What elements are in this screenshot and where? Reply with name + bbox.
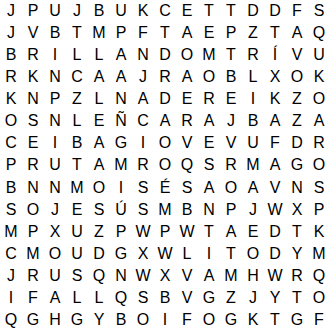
grid-cell[interactable]: J (0, 22, 22, 44)
grid-cell[interactable]: R (220, 154, 242, 176)
grid-cell[interactable]: O (308, 88, 330, 110)
grid-cell[interactable]: A (308, 110, 330, 132)
grid-cell[interactable]: Í (264, 44, 286, 66)
grid-cell[interactable]: B (0, 177, 22, 199)
grid-cell[interactable]: N (44, 66, 66, 88)
grid-cell[interactable]: F (176, 309, 198, 331)
grid-cell[interactable]: A (44, 287, 66, 309)
grid-cell[interactable]: T (264, 22, 286, 44)
grid-cell[interactable]: S (88, 199, 110, 221)
grid-cell[interactable]: V (264, 177, 286, 199)
grid-cell[interactable]: F (132, 22, 154, 44)
grid-cell[interactable]: I (0, 287, 22, 309)
grid-cell[interactable]: C (154, 0, 176, 22)
grid-cell[interactable]: I (44, 132, 66, 154)
grid-cell[interactable]: K (264, 88, 286, 110)
grid-cell[interactable]: J (242, 199, 264, 221)
grid-cell[interactable]: V (176, 132, 198, 154)
grid-cell[interactable]: B (66, 132, 88, 154)
grid-cell[interactable]: B (44, 22, 66, 44)
grid-cell[interactable]: E (220, 88, 242, 110)
grid-cell[interactable]: O (242, 243, 264, 265)
grid-cell[interactable]: Z (88, 221, 110, 243)
grid-cell[interactable]: O (220, 177, 242, 199)
grid-cell[interactable]: N (44, 177, 66, 199)
grid-cell[interactable]: L (176, 243, 198, 265)
grid-cell[interactable]: U (44, 154, 66, 176)
grid-cell[interactable]: G (286, 309, 308, 331)
grid-cell[interactable]: N (22, 177, 44, 199)
grid-cell[interactable]: D (286, 132, 308, 154)
grid-cell[interactable]: N (286, 177, 308, 199)
grid-cell[interactable]: A (242, 177, 264, 199)
grid-cell[interactable]: A (264, 154, 286, 176)
grid-cell[interactable]: O (176, 44, 198, 66)
grid-cell[interactable]: Q (88, 265, 110, 287)
grid-cell[interactable]: A (198, 265, 220, 287)
grid-cell[interactable]: B (88, 0, 110, 22)
grid-cell[interactable]: J (66, 0, 88, 22)
grid-cell[interactable]: B (154, 287, 176, 309)
grid-cell[interactable]: Q (308, 22, 330, 44)
grid-cell[interactable]: Z (286, 88, 308, 110)
grid-cell[interactable]: Z (220, 287, 242, 309)
grid-cell[interactable]: A (198, 110, 220, 132)
grid-cell[interactable]: D (264, 221, 286, 243)
grid-cell[interactable]: Q (0, 309, 22, 331)
grid-cell[interactable]: O (308, 287, 330, 309)
grid-cell[interactable]: P (110, 22, 132, 44)
grid-cell[interactable]: A (176, 66, 198, 88)
grid-cell[interactable]: M (22, 243, 44, 265)
grid-cell[interactable]: B (176, 199, 198, 221)
grid-cell[interactable]: Ñ (110, 110, 132, 132)
grid-cell[interactable]: Y (88, 309, 110, 331)
grid-cell[interactable]: P (308, 199, 330, 221)
grid-cell[interactable]: N (44, 110, 66, 132)
grid-cell[interactable]: D (154, 44, 176, 66)
grid-cell[interactable]: J (0, 265, 22, 287)
grid-cell[interactable]: W (154, 243, 176, 265)
grid-cell[interactable]: U (110, 0, 132, 22)
grid-cell[interactable]: D (154, 88, 176, 110)
grid-cell[interactable]: Q (110, 287, 132, 309)
grid-cell[interactable]: R (154, 66, 176, 88)
grid-cell[interactable]: A (198, 177, 220, 199)
grid-cell[interactable]: V (22, 22, 44, 44)
grid-cell[interactable]: R (176, 110, 198, 132)
grid-cell[interactable]: U (66, 243, 88, 265)
grid-cell[interactable]: T (66, 22, 88, 44)
grid-cell[interactable]: A (286, 22, 308, 44)
grid-cell[interactable]: M (308, 243, 330, 265)
grid-cell[interactable]: G (22, 309, 44, 331)
grid-cell[interactable]: R (22, 265, 44, 287)
grid-cell[interactable]: W (264, 199, 286, 221)
grid-cell[interactable]: O (286, 66, 308, 88)
grid-cell[interactable]: M (198, 44, 220, 66)
grid-cell[interactable]: D (264, 243, 286, 265)
word-search-grid: JPUJBUKCETTDDFSJVBTMPFTAEPZTAQBRILLANDOM… (0, 0, 330, 331)
grid-cell[interactable]: E (198, 132, 220, 154)
grid-cell[interactable]: Z (66, 88, 88, 110)
grid-cell[interactable]: T (198, 221, 220, 243)
grid-cell[interactable]: U (44, 0, 66, 22)
grid-cell[interactable]: J (0, 0, 22, 22)
grid-cell[interactable]: F (264, 132, 286, 154)
grid-cell[interactable]: L (66, 44, 88, 66)
grid-cell[interactable]: T (66, 154, 88, 176)
grid-cell[interactable]: O (198, 66, 220, 88)
grid-cell[interactable]: P (220, 199, 242, 221)
grid-cell[interactable]: M (220, 265, 242, 287)
grid-cell[interactable]: U (308, 44, 330, 66)
grid-cell[interactable]: I (132, 132, 154, 154)
grid-cell[interactable]: O (22, 199, 44, 221)
grid-cell[interactable]: S (176, 177, 198, 199)
grid-cell[interactable]: K (22, 66, 44, 88)
grid-cell[interactable]: J (132, 66, 154, 88)
grid-cell[interactable]: T (220, 0, 242, 22)
grid-cell[interactable]: O (154, 132, 176, 154)
grid-cell[interactable]: A (176, 22, 198, 44)
grid-cell[interactable]: M (110, 154, 132, 176)
grid-cell[interactable]: Z (286, 110, 308, 132)
grid-cell[interactable]: A (154, 110, 176, 132)
grid-cell[interactable]: É (154, 177, 176, 199)
grid-cell[interactable]: Q (308, 265, 330, 287)
grid-cell[interactable]: F (286, 0, 308, 22)
grid-cell[interactable]: N (110, 88, 132, 110)
grid-cell[interactable]: R (22, 44, 44, 66)
grid-cell[interactable]: Y (286, 243, 308, 265)
grid-cell[interactable]: A (110, 66, 132, 88)
grid-cell[interactable]: S (132, 177, 154, 199)
grid-cell[interactable]: S (308, 0, 330, 22)
grid-cell[interactable]: S (308, 177, 330, 199)
grid-cell[interactable]: H (44, 309, 66, 331)
grid-cell[interactable]: P (0, 154, 22, 176)
grid-cell[interactable]: Y (264, 287, 286, 309)
grid-cell[interactable]: O (308, 154, 330, 176)
grid-cell[interactable]: A (88, 154, 110, 176)
grid-cell[interactable]: G (110, 243, 132, 265)
grid-cell[interactable]: M (154, 199, 176, 221)
grid-cell[interactable]: G (220, 309, 242, 331)
grid-cell[interactable]: T (198, 0, 220, 22)
grid-cell[interactable]: E (88, 110, 110, 132)
grid-cell[interactable]: F (22, 287, 44, 309)
grid-cell[interactable]: V (176, 265, 198, 287)
grid-cell[interactable]: M (66, 177, 88, 199)
grid-cell[interactable]: R (286, 265, 308, 287)
grid-cell[interactable]: R (22, 154, 44, 176)
grid-cell[interactable]: I (154, 309, 176, 331)
grid-cell[interactable]: S (0, 199, 22, 221)
grid-cell[interactable]: X (286, 199, 308, 221)
grid-cell[interactable]: A (132, 88, 154, 110)
grid-cell[interactable]: W (264, 265, 286, 287)
grid-cell[interactable]: V (220, 132, 242, 154)
grid-cell[interactable]: L (88, 88, 110, 110)
grid-cell[interactable]: A (88, 132, 110, 154)
grid-cell[interactable]: P (22, 0, 44, 22)
grid-cell[interactable]: C (132, 110, 154, 132)
grid-cell[interactable]: G (110, 132, 132, 154)
grid-cell[interactable]: Ú (110, 199, 132, 221)
grid-cell[interactable]: T (286, 221, 308, 243)
grid-cell[interactable]: X (44, 221, 66, 243)
grid-cell[interactable]: T (286, 287, 308, 309)
grid-cell[interactable]: C (0, 243, 22, 265)
grid-cell[interactable]: B (220, 66, 242, 88)
grid-cell[interactable]: G (286, 154, 308, 176)
grid-cell[interactable]: H (242, 265, 264, 287)
grid-cell[interactable]: E (176, 0, 198, 22)
grid-cell[interactable]: R (308, 132, 330, 154)
grid-cell[interactable]: P (220, 22, 242, 44)
grid-cell[interactable]: B (110, 309, 132, 331)
grid-cell[interactable]: V (286, 44, 308, 66)
grid-cell[interactable]: Q (176, 154, 198, 176)
grid-cell[interactable]: I (44, 44, 66, 66)
grid-cell[interactable]: U (242, 132, 264, 154)
grid-cell[interactable]: O (132, 309, 154, 331)
grid-cell[interactable]: D (88, 243, 110, 265)
grid-cell[interactable]: O (88, 177, 110, 199)
grid-cell[interactable]: S (22, 110, 44, 132)
grid-cell[interactable]: P (22, 221, 44, 243)
grid-cell[interactable]: J (220, 110, 242, 132)
grid-cell[interactable]: L (88, 44, 110, 66)
grid-cell[interactable]: E (176, 88, 198, 110)
grid-cell[interactable]: X (132, 243, 154, 265)
grid-cell[interactable]: I (198, 243, 220, 265)
grid-cell[interactable]: W (132, 265, 154, 287)
grid-cell[interactable]: R (242, 44, 264, 66)
grid-cell[interactable]: K (0, 88, 22, 110)
grid-cell[interactable]: J (44, 199, 66, 221)
grid-cell[interactable]: L (66, 110, 88, 132)
grid-cell[interactable]: R (0, 66, 22, 88)
grid-cell[interactable]: O (154, 154, 176, 176)
grid-cell[interactable]: L (88, 287, 110, 309)
grid-cell[interactable]: V (176, 287, 198, 309)
grid-cell[interactable]: K (132, 0, 154, 22)
grid-cell[interactable]: B (242, 110, 264, 132)
grid-cell[interactable]: S (132, 287, 154, 309)
grid-cell[interactable]: P (44, 88, 66, 110)
grid-cell[interactable]: Z (242, 22, 264, 44)
grid-cell[interactable]: K (308, 221, 330, 243)
grid-cell[interactable]: S (198, 154, 220, 176)
grid-cell[interactable]: T (220, 44, 242, 66)
grid-cell[interactable]: N (22, 88, 44, 110)
grid-cell[interactable]: A (110, 44, 132, 66)
grid-cell[interactable]: I (242, 88, 264, 110)
grid-cell[interactable]: O (44, 243, 66, 265)
grid-cell[interactable]: W (132, 221, 154, 243)
grid-cell[interactable]: S (66, 265, 88, 287)
grid-cell[interactable]: N (110, 265, 132, 287)
grid-cell[interactable]: I (110, 177, 132, 199)
grid-cell[interactable]: A (264, 110, 286, 132)
grid-cell[interactable]: C (0, 132, 22, 154)
grid-cell[interactable]: F (308, 309, 330, 331)
grid-cell[interactable]: L (66, 287, 88, 309)
grid-cell[interactable]: E (242, 221, 264, 243)
grid-cell[interactable]: A (220, 221, 242, 243)
grid-cell[interactable]: O (198, 309, 220, 331)
grid-cell[interactable]: M (88, 22, 110, 44)
grid-cell[interactable]: O (0, 110, 22, 132)
grid-cell[interactable]: R (198, 88, 220, 110)
grid-cell[interactable]: D (242, 0, 264, 22)
grid-cell[interactable]: D (264, 0, 286, 22)
grid-cell[interactable]: X (154, 265, 176, 287)
grid-cell[interactable]: N (198, 199, 220, 221)
grid-cell[interactable]: E (22, 132, 44, 154)
grid-cell[interactable]: J (242, 287, 264, 309)
grid-cell[interactable]: T (220, 243, 242, 265)
grid-cell[interactable]: E (198, 22, 220, 44)
grid-cell[interactable]: N (132, 44, 154, 66)
grid-cell[interactable]: W (176, 221, 198, 243)
grid-cell[interactable]: A (88, 66, 110, 88)
grid-cell[interactable]: P (154, 221, 176, 243)
grid-cell[interactable]: G (66, 309, 88, 331)
grid-cell[interactable]: L (242, 66, 264, 88)
grid-cell[interactable]: E (66, 199, 88, 221)
grid-cell[interactable]: U (66, 221, 88, 243)
grid-cell[interactable]: R (132, 154, 154, 176)
grid-cell[interactable]: T (264, 309, 286, 331)
grid-cell[interactable]: C (66, 66, 88, 88)
grid-cell[interactable]: P (110, 221, 132, 243)
grid-cell[interactable]: S (132, 199, 154, 221)
grid-cell[interactable]: B (0, 44, 22, 66)
grid-cell[interactable]: K (308, 66, 330, 88)
grid-cell[interactable]: X (264, 66, 286, 88)
grid-cell[interactable]: M (0, 221, 22, 243)
grid-cell[interactable]: M (242, 154, 264, 176)
grid-cell[interactable]: G (198, 287, 220, 309)
grid-cell[interactable]: K (242, 309, 264, 331)
grid-cell[interactable]: T (154, 22, 176, 44)
grid-cell[interactable]: U (44, 265, 66, 287)
